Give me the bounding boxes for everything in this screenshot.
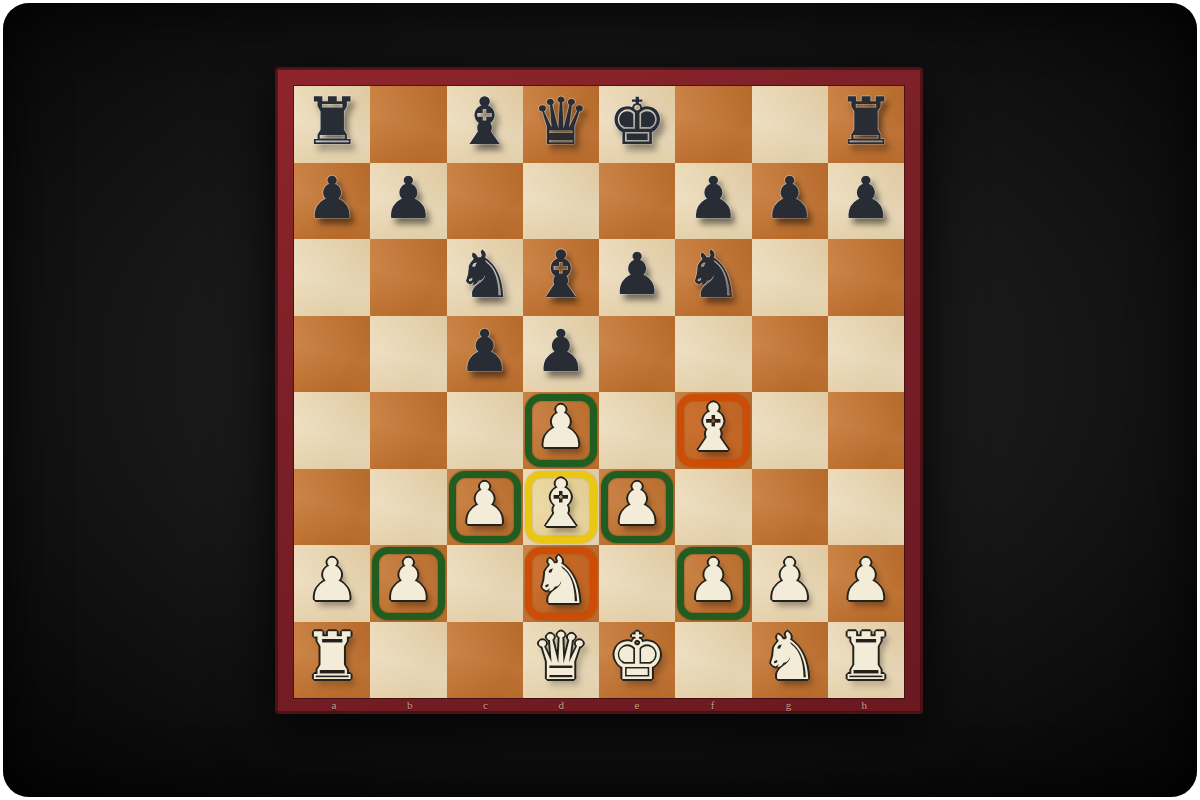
file-label-d: d — [523, 698, 599, 711]
square-d4[interactable]: ♟ — [523, 392, 599, 469]
square-h8[interactable]: ♜ — [828, 86, 904, 163]
chess-board: ♜♝♛♚♜♟♟♟♟♟♞♝♟♞♟♟♟♝♟♝♟♟♟♞♟♟♟♜♛♚♞♜ — [294, 86, 904, 698]
square-f2[interactable]: ♟ — [675, 545, 751, 622]
square-e8[interactable]: ♚ — [599, 86, 675, 163]
square-c5[interactable]: ♟ — [447, 316, 523, 393]
square-a1[interactable]: ♜ — [294, 622, 370, 699]
white-pawn[interactable]: ♟ — [306, 551, 358, 609]
square-g4[interactable] — [752, 392, 828, 469]
black-rook[interactable]: ♜ — [837, 89, 895, 154]
white-king[interactable]: ♚ — [608, 624, 666, 689]
square-b8[interactable] — [370, 86, 446, 163]
black-king[interactable]: ♚ — [608, 89, 666, 154]
square-f4[interactable]: ♝ — [675, 392, 751, 469]
square-b2[interactable]: ♟ — [370, 545, 446, 622]
white-queen[interactable]: ♛ — [532, 624, 590, 689]
file-label-e: e — [599, 698, 675, 711]
black-knight[interactable]: ♞ — [684, 242, 742, 307]
square-d5[interactable]: ♟ — [523, 316, 599, 393]
app-background: ♜♝♛♚♜♟♟♟♟♟♞♝♟♞♟♟♟♝♟♝♟♟♟♞♟♟♟♜♛♚♞♜ abcdefg… — [3, 3, 1197, 797]
black-pawn[interactable]: ♟ — [382, 169, 434, 227]
square-h3[interactable] — [828, 469, 904, 546]
black-pawn[interactable]: ♟ — [840, 169, 892, 227]
square-g1[interactable]: ♞ — [752, 622, 828, 699]
square-d6[interactable]: ♝ — [523, 239, 599, 316]
square-c6[interactable]: ♞ — [447, 239, 523, 316]
file-label-f: f — [675, 698, 751, 711]
square-e5[interactable] — [599, 316, 675, 393]
square-a2[interactable]: ♟ — [294, 545, 370, 622]
square-e4[interactable] — [599, 392, 675, 469]
square-h1[interactable]: ♜ — [828, 622, 904, 699]
white-bishop[interactable]: ♝ — [684, 395, 742, 460]
square-a6[interactable] — [294, 239, 370, 316]
square-g2[interactable]: ♟ — [752, 545, 828, 622]
square-h4[interactable] — [828, 392, 904, 469]
square-f6[interactable]: ♞ — [675, 239, 751, 316]
file-label-g: g — [751, 698, 827, 711]
square-c8[interactable]: ♝ — [447, 86, 523, 163]
square-g7[interactable]: ♟ — [752, 163, 828, 240]
file-label-h: h — [826, 698, 902, 711]
file-label-c: c — [448, 698, 524, 711]
square-h2[interactable]: ♟ — [828, 545, 904, 622]
square-d1[interactable]: ♛ — [523, 622, 599, 699]
square-d7[interactable] — [523, 163, 599, 240]
square-a3[interactable] — [294, 469, 370, 546]
square-h5[interactable] — [828, 316, 904, 393]
black-rook[interactable]: ♜ — [303, 89, 361, 154]
square-h7[interactable]: ♟ — [828, 163, 904, 240]
square-e2[interactable] — [599, 545, 675, 622]
black-pawn[interactable]: ♟ — [306, 169, 358, 227]
file-label-a: a — [296, 698, 372, 711]
white-pawn[interactable]: ♟ — [611, 475, 663, 533]
square-e7[interactable] — [599, 163, 675, 240]
black-pawn[interactable]: ♟ — [611, 245, 663, 303]
white-pawn[interactable]: ♟ — [459, 475, 511, 533]
square-a7[interactable]: ♟ — [294, 163, 370, 240]
square-h6[interactable] — [828, 239, 904, 316]
white-pawn[interactable]: ♟ — [535, 398, 587, 456]
white-pawn[interactable]: ♟ — [764, 551, 816, 609]
square-c7[interactable] — [447, 163, 523, 240]
black-queen[interactable]: ♛ — [532, 89, 590, 154]
square-f1[interactable] — [675, 622, 751, 699]
file-label-b: b — [372, 698, 448, 711]
black-bishop[interactable]: ♝ — [455, 89, 513, 154]
square-g8[interactable] — [752, 86, 828, 163]
square-d3[interactable]: ♝ — [523, 469, 599, 546]
black-bishop[interactable]: ♝ — [532, 242, 590, 307]
square-f8[interactable] — [675, 86, 751, 163]
square-b7[interactable]: ♟ — [370, 163, 446, 240]
square-c4[interactable] — [447, 392, 523, 469]
square-g6[interactable] — [752, 239, 828, 316]
white-knight[interactable]: ♞ — [760, 624, 818, 689]
black-pawn[interactable]: ♟ — [535, 322, 587, 380]
square-b5[interactable] — [370, 316, 446, 393]
square-g5[interactable] — [752, 316, 828, 393]
square-d8[interactable]: ♛ — [523, 86, 599, 163]
white-pawn[interactable]: ♟ — [687, 551, 739, 609]
square-b1[interactable] — [370, 622, 446, 699]
black-pawn[interactable]: ♟ — [687, 169, 739, 227]
square-f5[interactable] — [675, 316, 751, 393]
black-pawn[interactable]: ♟ — [764, 169, 816, 227]
square-e3[interactable]: ♟ — [599, 469, 675, 546]
square-c3[interactable]: ♟ — [447, 469, 523, 546]
chess-board-frame: ♜♝♛♚♜♟♟♟♟♟♞♝♟♞♟♟♟♝♟♝♟♟♟♞♟♟♟♜♛♚♞♜ abcdefg… — [275, 67, 923, 714]
black-pawn[interactable]: ♟ — [459, 322, 511, 380]
square-c2[interactable] — [447, 545, 523, 622]
square-g3[interactable] — [752, 469, 828, 546]
white-knight[interactable]: ♞ — [532, 548, 590, 613]
square-a5[interactable] — [294, 316, 370, 393]
square-f7[interactable]: ♟ — [675, 163, 751, 240]
black-knight[interactable]: ♞ — [455, 242, 513, 307]
square-b4[interactable] — [370, 392, 446, 469]
white-rook[interactable]: ♜ — [837, 624, 895, 689]
white-pawn[interactable]: ♟ — [382, 551, 434, 609]
white-bishop[interactable]: ♝ — [532, 471, 590, 536]
square-e1[interactable]: ♚ — [599, 622, 675, 699]
square-b3[interactable] — [370, 469, 446, 546]
square-a8[interactable]: ♜ — [294, 86, 370, 163]
square-e6[interactable]: ♟ — [599, 239, 675, 316]
square-a4[interactable] — [294, 392, 370, 469]
file-coordinates: abcdefgh — [296, 698, 902, 711]
white-pawn[interactable]: ♟ — [840, 551, 892, 609]
square-d2[interactable]: ♞ — [523, 545, 599, 622]
square-b6[interactable] — [370, 239, 446, 316]
square-c1[interactable] — [447, 622, 523, 699]
square-f3[interactable] — [675, 469, 751, 546]
white-rook[interactable]: ♜ — [303, 624, 361, 689]
